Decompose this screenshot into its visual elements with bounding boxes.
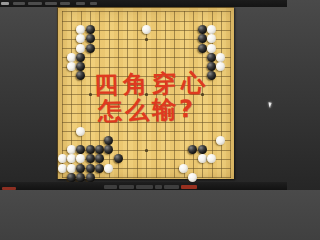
stone-white[interactable] [207, 154, 216, 163]
toolbar-button[interactable] [119, 185, 134, 189]
toolbar-button[interactable] [136, 185, 153, 189]
stone-white[interactable] [67, 53, 76, 62]
stone-white[interactable] [142, 25, 151, 34]
stone-black[interactable] [76, 145, 85, 154]
go-board[interactable]: 四角穿心 怎么输? [57, 7, 234, 179]
stone-white[interactable] [188, 173, 197, 182]
stone-black[interactable] [198, 44, 207, 53]
stone-black[interactable] [86, 25, 95, 34]
stone-white[interactable] [216, 136, 225, 145]
overlay-caption-line1: 四角穿心 [94, 71, 210, 97]
stone-white[interactable] [76, 154, 85, 163]
stone-black[interactable] [114, 154, 123, 163]
menu-item[interactable] [90, 2, 97, 5]
grid-line [62, 57, 231, 58]
stone-black[interactable] [198, 34, 207, 43]
stone-black[interactable] [86, 34, 95, 43]
mouse-cursor [268, 102, 272, 108]
stone-white[interactable] [216, 62, 225, 71]
stone-white[interactable] [76, 127, 85, 136]
toolbar-button-highlighted[interactable] [181, 185, 197, 189]
stone-black[interactable] [207, 53, 216, 62]
menu-item[interactable] [76, 2, 85, 5]
menu-item[interactable] [13, 2, 25, 5]
grid-line [62, 11, 63, 178]
stone-black[interactable] [76, 53, 85, 62]
stone-black[interactable] [76, 164, 85, 173]
stone-black[interactable] [76, 173, 85, 182]
stone-black[interactable] [86, 145, 95, 154]
grid-line [62, 21, 231, 22]
stone-black[interactable] [86, 44, 95, 53]
stone-white[interactable] [207, 34, 216, 43]
stone-black[interactable] [95, 154, 104, 163]
stone-black[interactable] [95, 164, 104, 173]
toolbar-button[interactable] [155, 185, 162, 189]
stone-black[interactable] [198, 145, 207, 154]
toolbar-button[interactable] [164, 185, 179, 189]
stone-black[interactable] [67, 173, 76, 182]
stone-white[interactable] [76, 34, 85, 43]
stone-white[interactable] [67, 145, 76, 154]
stone-black[interactable] [76, 62, 85, 71]
stone-white[interactable] [76, 25, 85, 34]
grid-line [62, 11, 231, 12]
stone-black[interactable] [198, 25, 207, 34]
stone-white[interactable] [58, 154, 67, 163]
stone-black[interactable] [86, 173, 95, 182]
stone-black[interactable] [95, 145, 104, 154]
stone-white[interactable] [179, 164, 188, 173]
stone-black[interactable] [104, 136, 113, 145]
menu-item[interactable] [60, 2, 70, 5]
stone-black[interactable] [188, 145, 197, 154]
bottom-toolbar [0, 182, 287, 190]
stone-black[interactable] [86, 164, 95, 173]
toolbar-button[interactable] [104, 185, 117, 189]
stone-white[interactable] [216, 53, 225, 62]
menu-item[interactable] [28, 2, 42, 5]
overlay-caption-line2: 怎么输? [98, 97, 196, 123]
top-menu-bar [0, 0, 287, 7]
stone-white[interactable] [67, 154, 76, 163]
stone-white[interactable] [207, 25, 216, 34]
stone-black[interactable] [86, 154, 95, 163]
stone-white[interactable] [198, 154, 207, 163]
status-text [2, 187, 16, 190]
stone-black[interactable] [76, 71, 85, 80]
stone-white[interactable] [67, 62, 76, 71]
app-logo [1, 2, 9, 5]
menu-item[interactable] [45, 2, 57, 5]
stone-white[interactable] [67, 164, 76, 173]
stone-white[interactable] [58, 164, 67, 173]
grid-line [62, 67, 231, 68]
stone-black[interactable] [104, 145, 113, 154]
stone-white[interactable] [207, 44, 216, 53]
stone-white[interactable] [76, 44, 85, 53]
stone-white[interactable] [104, 164, 113, 173]
